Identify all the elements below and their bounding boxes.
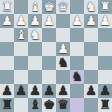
square-g5[interactable] (14, 56, 28, 70)
square-d3[interactable] (56, 28, 70, 42)
square-b7[interactable]: ♟ (84, 84, 98, 98)
chess-board: ♜♝♚♛♞♜♟♟♟♟♟♟♟♝♞♟♞♞♟♟♟♟♟♟♟♜♝♚♛♜ (0, 0, 112, 112)
white-bishop-g3[interactable]: ♝ (14, 28, 28, 42)
white-pawn-f2[interactable]: ♟ (28, 14, 42, 28)
white-king-e1[interactable]: ♚ (42, 0, 56, 14)
square-e2[interactable]: ♟ (42, 14, 56, 28)
square-g6[interactable] (14, 70, 28, 84)
square-b8[interactable] (84, 98, 98, 112)
white-pawn-d4[interactable]: ♟ (56, 42, 70, 56)
square-h8[interactable]: ♜ (0, 98, 14, 112)
white-pawn-g2[interactable]: ♟ (14, 14, 28, 28)
square-c8[interactable] (70, 98, 84, 112)
square-h6[interactable] (0, 70, 14, 84)
black-pawn-a7[interactable]: ♟ (98, 84, 112, 98)
white-pawn-b2[interactable]: ♟ (84, 14, 98, 28)
black-pawn-e7[interactable]: ♟ (42, 84, 56, 98)
black-pawn-g7[interactable]: ♟ (14, 84, 28, 98)
square-a5[interactable] (98, 56, 112, 70)
black-queen-d8[interactable]: ♛ (56, 98, 70, 112)
square-a6[interactable] (98, 70, 112, 84)
white-knight-b1[interactable]: ♞ (84, 0, 98, 14)
black-pawn-f7[interactable]: ♟ (28, 84, 42, 98)
square-e5[interactable] (42, 56, 56, 70)
square-e4[interactable] (42, 42, 56, 56)
square-d5[interactable]: ♞ (56, 56, 70, 70)
square-h3[interactable] (0, 28, 14, 42)
square-h7[interactable]: ♟ (0, 84, 14, 98)
black-bishop-f8[interactable]: ♝ (28, 98, 42, 112)
square-g4[interactable] (14, 42, 28, 56)
square-b6[interactable] (84, 70, 98, 84)
square-f4[interactable] (28, 42, 42, 56)
square-e6[interactable] (42, 70, 56, 84)
square-g2[interactable]: ♟ (14, 14, 28, 28)
square-h2[interactable]: ♟ (0, 14, 14, 28)
square-c3[interactable] (70, 28, 84, 42)
square-c6[interactable]: ♞ (70, 70, 84, 84)
square-e1[interactable]: ♚ (42, 0, 56, 14)
black-pawn-b7[interactable]: ♟ (84, 84, 98, 98)
white-pawn-h2[interactable]: ♟ (0, 14, 14, 28)
white-pawn-a2[interactable]: ♟ (98, 14, 112, 28)
square-f2[interactable]: ♟ (28, 14, 42, 28)
white-queen-d1[interactable]: ♛ (56, 0, 70, 14)
square-f3[interactable]: ♞ (28, 28, 42, 42)
square-g8[interactable] (14, 98, 28, 112)
square-f7[interactable]: ♟ (28, 84, 42, 98)
square-b3[interactable] (84, 28, 98, 42)
square-c2[interactable]: ♟ (70, 14, 84, 28)
square-f1[interactable]: ♝ (28, 0, 42, 14)
square-c1[interactable] (70, 0, 84, 14)
square-a8[interactable]: ♜ (98, 98, 112, 112)
white-rook-h1[interactable]: ♜ (0, 0, 14, 14)
square-g7[interactable]: ♟ (14, 84, 28, 98)
square-h4[interactable] (0, 42, 14, 56)
square-c4[interactable] (70, 42, 84, 56)
black-rook-h8[interactable]: ♜ (0, 98, 14, 112)
black-pawn-d7[interactable]: ♟ (56, 84, 70, 98)
square-b5[interactable] (84, 56, 98, 70)
white-pawn-e2[interactable]: ♟ (42, 14, 56, 28)
square-h5[interactable] (0, 56, 14, 70)
white-rook-a1[interactable]: ♜ (98, 0, 112, 14)
square-d1[interactable]: ♛ (56, 0, 70, 14)
square-g3[interactable]: ♝ (14, 28, 28, 42)
black-knight-c6[interactable]: ♞ (70, 70, 84, 84)
square-e3[interactable] (42, 28, 56, 42)
square-c5[interactable] (70, 56, 84, 70)
square-d6[interactable] (56, 70, 70, 84)
square-c7[interactable] (70, 84, 84, 98)
black-rook-a8[interactable]: ♜ (98, 98, 112, 112)
square-d2[interactable] (56, 14, 70, 28)
square-d7[interactable]: ♟ (56, 84, 70, 98)
black-king-e8[interactable]: ♚ (42, 98, 56, 112)
square-e8[interactable]: ♚ (42, 98, 56, 112)
square-d4[interactable]: ♟ (56, 42, 70, 56)
square-f6[interactable] (28, 70, 42, 84)
square-a7[interactable]: ♟ (98, 84, 112, 98)
black-knight-d5[interactable]: ♞ (56, 56, 70, 70)
square-a1[interactable]: ♜ (98, 0, 112, 14)
white-pawn-c2[interactable]: ♟ (70, 14, 84, 28)
square-b2[interactable]: ♟ (84, 14, 98, 28)
black-pawn-h7[interactable]: ♟ (0, 84, 14, 98)
square-a2[interactable]: ♟ (98, 14, 112, 28)
square-f5[interactable] (28, 56, 42, 70)
square-a3[interactable] (98, 28, 112, 42)
white-bishop-f1[interactable]: ♝ (28, 0, 42, 14)
square-g1[interactable] (14, 0, 28, 14)
square-e7[interactable]: ♟ (42, 84, 56, 98)
square-d8[interactable]: ♛ (56, 98, 70, 112)
square-a4[interactable] (98, 42, 112, 56)
square-b1[interactable]: ♞ (84, 0, 98, 14)
square-h1[interactable]: ♜ (0, 0, 14, 14)
white-knight-f3[interactable]: ♞ (28, 28, 42, 42)
square-b4[interactable] (84, 42, 98, 56)
square-f8[interactable]: ♝ (28, 98, 42, 112)
